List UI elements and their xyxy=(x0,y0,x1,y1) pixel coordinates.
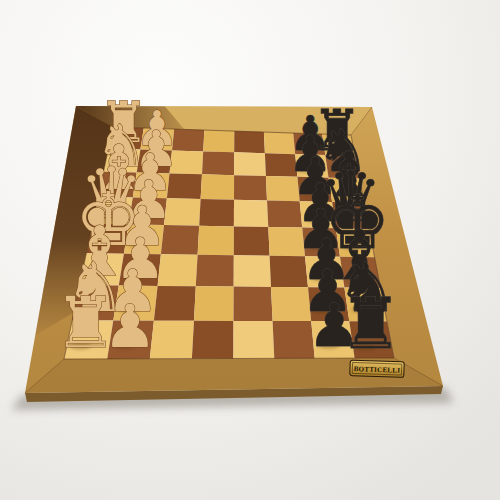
square-h4 xyxy=(192,321,234,359)
square-d5 xyxy=(234,200,268,227)
square-c4 xyxy=(201,174,235,200)
square-a4 xyxy=(203,130,234,152)
square-g3 xyxy=(154,286,196,321)
square-f5 xyxy=(234,255,271,287)
plaque-text: BOTTICELLI xyxy=(354,365,401,375)
chessboard-scene: BOTTICELLI ♜♟♟♜♞♟♟♞♝♟♟♝♛♟♟♛♚♟♟♚♝♟♟♝♞♟♟♞♜… xyxy=(0,0,500,500)
square-f4 xyxy=(196,255,234,287)
chess-set-photo: BOTTICELLI ♜♟♟♜♞♟♟♞♝♟♟♝♛♟♟♛♚♟♟♚♝♟♟♝♞♟♟♞♜… xyxy=(0,0,500,500)
square-h5 xyxy=(233,321,274,359)
square-d4 xyxy=(199,199,234,226)
square-c5 xyxy=(234,175,267,200)
square-a5 xyxy=(234,131,265,153)
square-g5 xyxy=(234,287,273,321)
square-e5 xyxy=(234,226,270,255)
square-b4 xyxy=(202,151,234,175)
piece-white-pawn-h2: ♟ xyxy=(103,292,156,361)
square-b5 xyxy=(234,152,266,176)
square-g4 xyxy=(194,286,234,321)
piece-black-rook-h8: ♜ xyxy=(339,283,402,365)
square-e4 xyxy=(198,226,234,255)
